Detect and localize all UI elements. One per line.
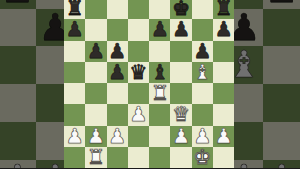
white-rook[interactable]: ♜	[149, 83, 170, 104]
black-pawn[interactable]: ♟	[149, 19, 170, 40]
square-b6[interactable]: ♟	[85, 41, 106, 62]
square-a6[interactable]	[64, 41, 85, 62]
square-b3[interactable]	[85, 104, 106, 125]
square-g3[interactable]	[192, 104, 213, 125]
bg-square-h6	[263, 9, 300, 47]
bg-square-h3	[263, 122, 300, 160]
square-d6[interactable]	[128, 41, 149, 62]
square-f3[interactable]: ♛	[170, 104, 191, 125]
square-f6[interactable]	[170, 41, 191, 62]
square-c4[interactable]	[107, 83, 128, 104]
square-g7[interactable]	[192, 19, 213, 40]
bg-square-h7: ♟	[263, 0, 300, 9]
square-a4[interactable]	[64, 83, 85, 104]
square-h1[interactable]	[213, 147, 234, 168]
square-h7[interactable]: ♟	[213, 19, 234, 40]
square-g5[interactable]: ♝	[192, 62, 213, 83]
white-queen[interactable]: ♛	[170, 104, 191, 125]
square-b8[interactable]	[85, 0, 106, 19]
square-e6[interactable]	[149, 41, 170, 62]
square-h4[interactable]	[213, 83, 234, 104]
square-e2[interactable]	[149, 126, 170, 147]
square-a1[interactable]	[64, 147, 85, 168]
square-e3[interactable]	[149, 104, 170, 125]
square-d3[interactable]: ♟	[128, 104, 149, 125]
black-pawn[interactable]: ♟	[192, 41, 213, 62]
square-d8[interactable]	[128, 0, 149, 19]
square-e7[interactable]: ♟	[149, 19, 170, 40]
square-g8[interactable]	[192, 0, 213, 19]
black-pawn[interactable]: ♟	[170, 19, 191, 40]
chess-board[interactable]: ♜♚♜♟♟♟♟♟♟♟♟♛♝♝♜♟♛♟♟♟♟♟♟♜♚	[64, 0, 234, 168]
square-c5[interactable]: ♟	[107, 62, 128, 83]
square-f5[interactable]	[170, 62, 191, 83]
video-frame: ♜♚♜♟♟♟♟♟♟♟♟♛♝♝♜♟♛♟♟♟♟♟♟♜♚ ♜♚♜♟♟♟♟♟♟♟♟♛♝♝…	[0, 0, 300, 168]
bg-square-a7: ♟	[0, 0, 36, 9]
bg-square-h5	[263, 46, 300, 84]
white-pawn[interactable]: ♟	[192, 126, 213, 147]
white-pawn[interactable]: ♟	[107, 126, 128, 147]
square-c6[interactable]: ♟	[107, 41, 128, 62]
bg-square-h2: ♟	[263, 160, 300, 169]
square-g2[interactable]: ♟	[192, 126, 213, 147]
square-a7[interactable]: ♟	[64, 19, 85, 40]
square-a2[interactable]: ♟	[64, 126, 85, 147]
white-pawn[interactable]: ♟	[85, 126, 106, 147]
white-king[interactable]: ♚	[192, 147, 213, 168]
square-b2[interactable]: ♟	[85, 126, 106, 147]
white-pawn[interactable]: ♟	[170, 126, 191, 147]
square-c2[interactable]: ♟	[107, 126, 128, 147]
white-bishop[interactable]: ♝	[192, 62, 213, 83]
square-f4[interactable]	[170, 83, 191, 104]
square-f1[interactable]	[170, 147, 191, 168]
square-e5[interactable]: ♝	[149, 62, 170, 83]
black-pawn[interactable]: ♟	[213, 19, 234, 40]
square-e1[interactable]	[149, 147, 170, 168]
white-pawn: ♟	[0, 160, 36, 169]
square-f7[interactable]: ♟	[170, 19, 191, 40]
square-a5[interactable]	[64, 62, 85, 83]
square-c1[interactable]	[107, 147, 128, 168]
square-b4[interactable]	[85, 83, 106, 104]
square-d5[interactable]: ♛	[128, 62, 149, 83]
square-h6[interactable]	[213, 41, 234, 62]
black-pawn: ♟	[0, 0, 36, 9]
square-h5[interactable]	[213, 62, 234, 83]
white-pawn: ♟	[263, 160, 300, 169]
square-g1[interactable]: ♚	[192, 147, 213, 168]
square-g4[interactable]	[192, 83, 213, 104]
black-pawn[interactable]: ♟	[107, 62, 128, 83]
square-b7[interactable]	[85, 19, 106, 40]
bg-square-h4	[263, 84, 300, 122]
black-queen[interactable]: ♛	[128, 62, 149, 83]
square-b5[interactable]	[85, 62, 106, 83]
square-d2[interactable]	[128, 126, 149, 147]
black-pawn[interactable]: ♟	[107, 41, 128, 62]
square-c3[interactable]	[107, 104, 128, 125]
black-bishop[interactable]: ♝	[149, 62, 170, 83]
square-d4[interactable]	[128, 83, 149, 104]
bg-square-a6	[0, 9, 36, 47]
square-b1[interactable]: ♜	[85, 147, 106, 168]
square-h3[interactable]	[213, 104, 234, 125]
white-pawn[interactable]: ♟	[64, 126, 85, 147]
bg-square-a2: ♟	[0, 160, 36, 169]
square-c7[interactable]	[107, 19, 128, 40]
square-f2[interactable]: ♟	[170, 126, 191, 147]
white-pawn[interactable]: ♟	[213, 126, 234, 147]
square-e4[interactable]: ♜	[149, 83, 170, 104]
square-d1[interactable]	[128, 147, 149, 168]
black-pawn[interactable]: ♟	[64, 19, 85, 40]
square-d7[interactable]	[128, 19, 149, 40]
black-pawn: ♟	[263, 0, 300, 9]
white-rook[interactable]: ♜	[85, 147, 106, 168]
square-g6[interactable]: ♟	[192, 41, 213, 62]
square-c8[interactable]	[107, 0, 128, 19]
bg-square-a3	[0, 122, 36, 160]
square-a3[interactable]	[64, 104, 85, 125]
bg-square-a4	[0, 84, 36, 122]
white-pawn[interactable]: ♟	[128, 104, 149, 125]
black-pawn[interactable]: ♟	[85, 41, 106, 62]
square-h2[interactable]: ♟	[213, 126, 234, 147]
bg-square-a5	[0, 46, 36, 84]
